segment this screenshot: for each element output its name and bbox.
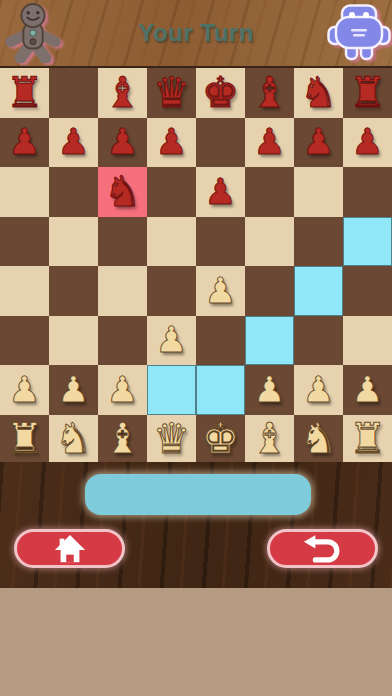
red-bishop: ♝ — [251, 72, 289, 114]
red-bishop: ♝ — [104, 72, 142, 114]
white-pawn: ♟ — [8, 372, 40, 408]
chess-board: ♜♝♛♚♝♞♜♟♟♟♟♟♟♟♞♟♟♟♟♟♟♟♟♟♜♞♝♛♚♝♞♜ — [0, 66, 392, 462]
square-h2[interactable]: ♟ — [343, 365, 392, 415]
square-f8[interactable]: ♝ — [245, 68, 294, 118]
square-e6[interactable]: ♟ — [196, 167, 245, 217]
white-pawn: ♟ — [204, 273, 236, 309]
control-buttons — [0, 529, 392, 569]
square-a1[interactable]: ♜ — [0, 415, 49, 465]
white-knight: ♞ — [300, 418, 338, 460]
square-f3[interactable] — [245, 316, 294, 366]
header-bar: Your Turn — [0, 0, 392, 66]
square-c4[interactable] — [98, 266, 147, 316]
square-h1[interactable]: ♜ — [343, 415, 392, 465]
square-d7[interactable]: ♟ — [147, 118, 196, 168]
red-pawn: ♟ — [204, 174, 236, 210]
square-a6[interactable] — [0, 167, 49, 217]
square-c3[interactable] — [98, 316, 147, 366]
square-a3[interactable] — [0, 316, 49, 366]
square-f1[interactable]: ♝ — [245, 415, 294, 465]
square-c1[interactable]: ♝ — [98, 415, 147, 465]
home-button[interactable] — [14, 529, 125, 568]
square-h4[interactable] — [343, 266, 392, 316]
square-d2[interactable] — [147, 365, 196, 415]
red-knight: ♞ — [104, 171, 142, 213]
square-f5[interactable] — [245, 217, 294, 267]
square-b1[interactable]: ♞ — [49, 415, 98, 465]
square-b5[interactable] — [49, 217, 98, 267]
white-pawn: ♟ — [57, 372, 89, 408]
square-a2[interactable]: ♟ — [0, 365, 49, 415]
undo-button[interactable] — [267, 529, 378, 568]
square-d6[interactable] — [147, 167, 196, 217]
square-e3[interactable] — [196, 316, 245, 366]
square-e2[interactable] — [196, 365, 245, 415]
square-d1[interactable]: ♛ — [147, 415, 196, 465]
square-e7[interactable] — [196, 118, 245, 168]
square-g1[interactable]: ♞ — [294, 415, 343, 465]
square-g4[interactable] — [294, 266, 343, 316]
square-f7[interactable]: ♟ — [245, 118, 294, 168]
white-pawn: ♟ — [351, 372, 383, 408]
white-queen: ♛ — [153, 418, 191, 460]
square-c5[interactable] — [98, 217, 147, 267]
square-e8[interactable]: ♚ — [196, 68, 245, 118]
chess-app-screen: Your Turn ♜♝♛♚♝♞♜♟♟♟♟♟♟♟♞♟♟♟♟♟♟♟♟♟♜♞♝♛♚♝… — [0, 0, 392, 696]
white-pawn: ♟ — [302, 372, 334, 408]
square-h6[interactable] — [343, 167, 392, 217]
undo-icon — [302, 534, 344, 563]
square-g5[interactable] — [294, 217, 343, 267]
square-c2[interactable]: ♟ — [98, 365, 147, 415]
square-h7[interactable]: ♟ — [343, 118, 392, 168]
square-b3[interactable] — [49, 316, 98, 366]
white-knight: ♞ — [55, 418, 93, 460]
square-e5[interactable] — [196, 217, 245, 267]
square-g3[interactable] — [294, 316, 343, 366]
square-h8[interactable]: ♜ — [343, 68, 392, 118]
square-a8[interactable]: ♜ — [0, 68, 49, 118]
square-c8[interactable]: ♝ — [98, 68, 147, 118]
red-king: ♚ — [202, 72, 240, 114]
square-g2[interactable]: ♟ — [294, 365, 343, 415]
square-d3[interactable]: ♟ — [147, 316, 196, 366]
square-d8[interactable]: ♛ — [147, 68, 196, 118]
message-bar — [85, 474, 311, 515]
square-d4[interactable] — [147, 266, 196, 316]
white-king: ♚ — [202, 418, 240, 460]
red-pawn: ♟ — [155, 124, 187, 160]
square-g6[interactable] — [294, 167, 343, 217]
turn-status-text: Your Turn — [66, 19, 326, 47]
square-e1[interactable]: ♚ — [196, 415, 245, 465]
square-b2[interactable]: ♟ — [49, 365, 98, 415]
red-pawn: ♟ — [8, 124, 40, 160]
red-knight: ♞ — [300, 72, 338, 114]
square-a7[interactable]: ♟ — [0, 118, 49, 168]
white-pawn: ♟ — [253, 372, 285, 408]
red-queen: ♛ — [153, 72, 191, 114]
opponent-avatar — [326, 2, 392, 64]
white-pawn: ♟ — [106, 372, 138, 408]
square-a5[interactable] — [0, 217, 49, 267]
square-b4[interactable] — [49, 266, 98, 316]
white-pawn: ♟ — [155, 322, 187, 358]
square-f6[interactable] — [245, 167, 294, 217]
red-rook: ♜ — [349, 72, 387, 114]
square-f2[interactable]: ♟ — [245, 365, 294, 415]
square-b6[interactable] — [49, 167, 98, 217]
square-e4[interactable]: ♟ — [196, 266, 245, 316]
red-pawn: ♟ — [253, 124, 285, 160]
square-d5[interactable] — [147, 217, 196, 267]
robot-icon — [327, 4, 391, 62]
red-pawn: ♟ — [302, 124, 334, 160]
square-b8[interactable] — [49, 68, 98, 118]
red-pawn: ♟ — [57, 124, 89, 160]
red-rook: ♜ — [6, 72, 44, 114]
red-pawn: ♟ — [106, 124, 138, 160]
red-pawn: ♟ — [351, 124, 383, 160]
square-b7[interactable]: ♟ — [49, 118, 98, 168]
square-h5[interactable] — [343, 217, 392, 267]
player-avatar — [0, 2, 66, 64]
square-c6[interactable]: ♞ — [98, 167, 147, 217]
square-h3[interactable] — [343, 316, 392, 366]
white-bishop: ♝ — [104, 418, 142, 460]
square-a4[interactable] — [0, 266, 49, 316]
home-icon — [53, 533, 87, 565]
square-g7[interactable]: ♟ — [294, 118, 343, 168]
gingerbread-icon — [4, 3, 62, 63]
white-bishop: ♝ — [251, 418, 289, 460]
white-rook: ♜ — [349, 418, 387, 460]
bottom-background-strip — [0, 588, 392, 696]
square-c7[interactable]: ♟ — [98, 118, 147, 168]
lower-panel — [0, 462, 392, 588]
square-f4[interactable] — [245, 266, 294, 316]
white-rook: ♜ — [6, 418, 44, 460]
square-g8[interactable]: ♞ — [294, 68, 343, 118]
